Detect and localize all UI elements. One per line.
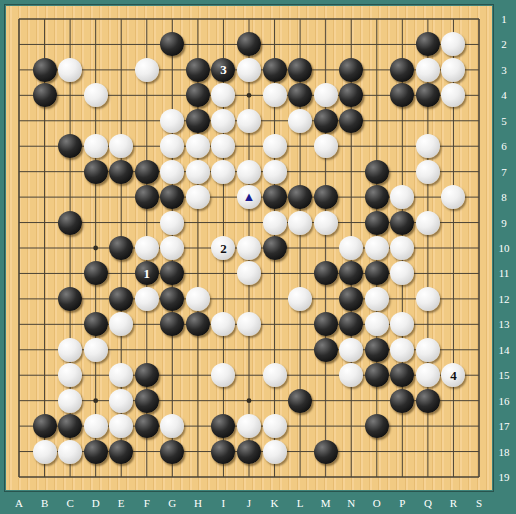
white-stone-J3[interactable] bbox=[237, 58, 261, 82]
white-stone-K17[interactable] bbox=[263, 414, 287, 438]
white-stone-D6[interactable] bbox=[84, 134, 108, 158]
white-stone-K18[interactable] bbox=[263, 440, 287, 464]
black-stone-M5[interactable] bbox=[314, 109, 338, 133]
column-label-B: B bbox=[35, 497, 55, 509]
black-stone-D18[interactable] bbox=[84, 440, 108, 464]
black-stone-F15[interactable] bbox=[135, 363, 159, 387]
column-label-A: A bbox=[9, 497, 29, 509]
white-stone-Q9[interactable] bbox=[416, 211, 440, 235]
star-point bbox=[247, 93, 252, 98]
white-stone-H6[interactable] bbox=[186, 134, 210, 158]
black-stone-D13[interactable] bbox=[84, 312, 108, 336]
column-label-M: M bbox=[316, 497, 336, 509]
white-stone-M6[interactable] bbox=[314, 134, 338, 158]
column-label-L: L bbox=[290, 497, 310, 509]
black-stone-F17[interactable] bbox=[135, 414, 159, 438]
white-stone-J17[interactable] bbox=[237, 414, 261, 438]
column-label-E: E bbox=[111, 497, 131, 509]
black-stone-K10[interactable] bbox=[263, 236, 287, 260]
column-label-R: R bbox=[443, 497, 463, 509]
row-label-8: 8 bbox=[495, 191, 513, 203]
black-stone-M18[interactable] bbox=[314, 440, 338, 464]
black-stone-B17[interactable] bbox=[33, 414, 57, 438]
white-stone-J8[interactable]: ▲ bbox=[237, 185, 261, 209]
column-label-F: F bbox=[137, 497, 157, 509]
black-stone-E12[interactable] bbox=[109, 287, 133, 311]
black-stone-Q16[interactable] bbox=[416, 389, 440, 413]
black-stone-E7[interactable] bbox=[109, 160, 133, 184]
black-stone-D7[interactable] bbox=[84, 160, 108, 184]
column-label-I: I bbox=[213, 497, 233, 509]
row-label-11: 11 bbox=[495, 267, 513, 279]
star-point bbox=[93, 398, 98, 403]
white-stone-J5[interactable] bbox=[237, 109, 261, 133]
black-stone-L3[interactable] bbox=[288, 58, 312, 82]
white-stone-O12[interactable] bbox=[365, 287, 389, 311]
black-stone-B4[interactable] bbox=[33, 83, 57, 107]
column-label-J: J bbox=[239, 497, 259, 509]
row-label-1: 1 bbox=[495, 13, 513, 25]
white-stone-K4[interactable] bbox=[263, 83, 287, 107]
black-stone-D11[interactable] bbox=[84, 261, 108, 285]
black-stone-H5[interactable] bbox=[186, 109, 210, 133]
black-stone-N3[interactable] bbox=[339, 58, 363, 82]
white-stone-G7[interactable] bbox=[160, 160, 184, 184]
go-diagram-window: 3▲214 ABCDEFGHIJKLMNOPQRS 12345678910111… bbox=[0, 0, 516, 514]
white-stone-O10[interactable] bbox=[365, 236, 389, 260]
white-stone-K7[interactable] bbox=[263, 160, 287, 184]
row-label-16: 16 bbox=[495, 395, 513, 407]
black-stone-M8[interactable] bbox=[314, 185, 338, 209]
black-stone-N12[interactable] bbox=[339, 287, 363, 311]
white-stone-M9[interactable] bbox=[314, 211, 338, 235]
white-stone-H8[interactable] bbox=[186, 185, 210, 209]
white-stone-Q14[interactable] bbox=[416, 338, 440, 362]
row-label-5: 5 bbox=[495, 115, 513, 127]
white-stone-L5[interactable] bbox=[288, 109, 312, 133]
black-stone-F7[interactable] bbox=[135, 160, 159, 184]
black-stone-M11[interactable] bbox=[314, 261, 338, 285]
column-label-O: O bbox=[367, 497, 387, 509]
column-label-D: D bbox=[86, 497, 106, 509]
white-stone-C14[interactable] bbox=[58, 338, 82, 362]
row-label-2: 2 bbox=[495, 38, 513, 50]
row-label-4: 4 bbox=[495, 89, 513, 101]
column-label-C: C bbox=[60, 497, 80, 509]
column-label-P: P bbox=[392, 497, 412, 509]
black-stone-B3[interactable] bbox=[33, 58, 57, 82]
white-stone-N14[interactable] bbox=[339, 338, 363, 362]
row-label-10: 10 bbox=[495, 242, 513, 254]
white-stone-H12[interactable] bbox=[186, 287, 210, 311]
black-stone-M14[interactable] bbox=[314, 338, 338, 362]
white-stone-J7[interactable] bbox=[237, 160, 261, 184]
black-stone-O14[interactable] bbox=[365, 338, 389, 362]
white-stone-M4[interactable] bbox=[314, 83, 338, 107]
black-stone-N5[interactable] bbox=[339, 109, 363, 133]
row-label-18: 18 bbox=[495, 446, 513, 458]
black-stone-O7[interactable] bbox=[365, 160, 389, 184]
column-label-G: G bbox=[162, 497, 182, 509]
black-stone-C9[interactable] bbox=[58, 211, 82, 235]
triangle-marker: ▲ bbox=[243, 190, 256, 203]
white-stone-H7[interactable] bbox=[186, 160, 210, 184]
white-stone-B18[interactable] bbox=[33, 440, 57, 464]
column-label-K: K bbox=[265, 497, 285, 509]
white-stone-G9[interactable] bbox=[160, 211, 184, 235]
white-stone-P14[interactable] bbox=[390, 338, 414, 362]
black-stone-C12[interactable] bbox=[58, 287, 82, 311]
white-stone-E16[interactable] bbox=[109, 389, 133, 413]
black-stone-H3[interactable] bbox=[186, 58, 210, 82]
white-stone-D17[interactable] bbox=[84, 414, 108, 438]
row-label-6: 6 bbox=[495, 140, 513, 152]
white-stone-C3[interactable] bbox=[58, 58, 82, 82]
black-stone-J18[interactable] bbox=[237, 440, 261, 464]
black-stone-M13[interactable] bbox=[314, 312, 338, 336]
star-point bbox=[93, 246, 98, 251]
white-stone-G5[interactable] bbox=[160, 109, 184, 133]
move-number-1: 1 bbox=[144, 267, 151, 280]
black-stone-P9[interactable] bbox=[390, 211, 414, 235]
white-stone-F3[interactable] bbox=[135, 58, 159, 82]
white-stone-K6[interactable] bbox=[263, 134, 287, 158]
white-stone-O13[interactable] bbox=[365, 312, 389, 336]
white-stone-L12[interactable] bbox=[288, 287, 312, 311]
row-label-3: 3 bbox=[495, 64, 513, 76]
white-stone-Q3[interactable] bbox=[416, 58, 440, 82]
white-stone-K15[interactable] bbox=[263, 363, 287, 387]
black-stone-O15[interactable] bbox=[365, 363, 389, 387]
black-stone-O17[interactable] bbox=[365, 414, 389, 438]
row-label-17: 17 bbox=[495, 420, 513, 432]
black-stone-F16[interactable] bbox=[135, 389, 159, 413]
white-stone-Q15[interactable] bbox=[416, 363, 440, 387]
white-stone-Q6[interactable] bbox=[416, 134, 440, 158]
board-frame: 3▲214 ABCDEFGHIJKLMNOPQRS 12345678910111… bbox=[0, 0, 516, 514]
row-label-14: 14 bbox=[495, 344, 513, 356]
row-label-13: 13 bbox=[495, 318, 513, 330]
white-stone-F10[interactable] bbox=[135, 236, 159, 260]
white-stone-C16[interactable] bbox=[58, 389, 82, 413]
move-number-3: 3 bbox=[220, 63, 227, 76]
move-number-4: 4 bbox=[450, 369, 457, 382]
go-board[interactable]: 3▲214 bbox=[6, 6, 492, 490]
white-stone-D4[interactable] bbox=[84, 83, 108, 107]
white-stone-D14[interactable] bbox=[84, 338, 108, 362]
row-label-9: 9 bbox=[495, 217, 513, 229]
black-stone-O9[interactable] bbox=[365, 211, 389, 235]
row-label-15: 15 bbox=[495, 369, 513, 381]
white-stone-K9[interactable] bbox=[263, 211, 287, 235]
white-stone-C18[interactable] bbox=[58, 440, 82, 464]
row-label-7: 7 bbox=[495, 166, 513, 178]
white-stone-Q7[interactable] bbox=[416, 160, 440, 184]
black-stone-K3[interactable] bbox=[263, 58, 287, 82]
black-stone-O8[interactable] bbox=[365, 185, 389, 209]
black-stone-F8[interactable] bbox=[135, 185, 159, 209]
star-point bbox=[247, 398, 252, 403]
row-label-19: 19 bbox=[495, 471, 513, 483]
black-stone-P16[interactable] bbox=[390, 389, 414, 413]
white-stone-L9[interactable] bbox=[288, 211, 312, 235]
white-stone-F12[interactable] bbox=[135, 287, 159, 311]
black-stone-G18[interactable] bbox=[160, 440, 184, 464]
column-label-N: N bbox=[341, 497, 361, 509]
white-stone-I7[interactable] bbox=[211, 160, 235, 184]
column-label-Q: Q bbox=[418, 497, 438, 509]
black-stone-K8[interactable] bbox=[263, 185, 287, 209]
move-number-2: 2 bbox=[220, 242, 227, 255]
black-stone-I18[interactable] bbox=[211, 440, 235, 464]
column-label-H: H bbox=[188, 497, 208, 509]
column-label-S: S bbox=[469, 497, 489, 509]
row-label-12: 12 bbox=[495, 293, 513, 305]
black-stone-L16[interactable] bbox=[288, 389, 312, 413]
black-stone-E18[interactable] bbox=[109, 440, 133, 464]
white-stone-J10[interactable] bbox=[237, 236, 261, 260]
white-stone-Q12[interactable] bbox=[416, 287, 440, 311]
